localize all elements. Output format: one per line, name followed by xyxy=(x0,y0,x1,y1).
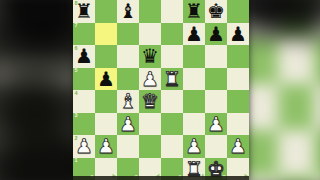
white-bishop-c4[interactable]: ♝ xyxy=(117,90,139,113)
square-f5[interactable] xyxy=(183,68,205,91)
square-a2[interactable]: 2♟ xyxy=(73,135,95,158)
square-d8[interactable] xyxy=(139,0,161,23)
square-h3[interactable] xyxy=(227,113,249,136)
square-f2[interactable]: ♟ xyxy=(183,135,205,158)
square-d4[interactable]: ♛ xyxy=(139,90,161,113)
square-d5[interactable]: ♟ xyxy=(139,68,161,91)
square-h5[interactable] xyxy=(227,68,249,91)
square-a4[interactable]: 4 xyxy=(73,90,95,113)
square-b2[interactable]: ♟ xyxy=(95,135,117,158)
white-pawn-f2[interactable]: ♟ xyxy=(183,135,205,158)
square-b6[interactable] xyxy=(95,45,117,68)
square-a8[interactable]: 8♜ xyxy=(73,0,95,23)
square-c6[interactable] xyxy=(117,45,139,68)
square-e7[interactable] xyxy=(161,23,183,46)
square-c4[interactable]: ♝ xyxy=(117,90,139,113)
white-pawn-g3[interactable]: ♟ xyxy=(205,113,227,136)
square-d6[interactable]: ♛ xyxy=(139,45,161,68)
square-b5[interactable]: ♟ xyxy=(95,68,117,91)
black-pawn-f7[interactable]: ♟ xyxy=(183,23,205,46)
white-pawn-d5[interactable]: ♟ xyxy=(139,68,161,91)
white-pawn-h2[interactable]: ♟ xyxy=(227,135,249,158)
square-a6[interactable]: 6♟ xyxy=(73,45,95,68)
square-a7[interactable]: 7 xyxy=(73,23,95,46)
square-b8[interactable] xyxy=(95,0,117,23)
square-e5[interactable]: ♜ xyxy=(161,68,183,91)
square-g5[interactable] xyxy=(205,68,227,91)
square-a3[interactable]: 3 xyxy=(73,113,95,136)
square-h4[interactable] xyxy=(227,90,249,113)
square-e3[interactable] xyxy=(161,113,183,136)
square-e4[interactable] xyxy=(161,90,183,113)
square-e8[interactable] xyxy=(161,0,183,23)
square-h7[interactable]: ♟ xyxy=(227,23,249,46)
square-f7[interactable]: ♟ xyxy=(183,23,205,46)
square-c5[interactable] xyxy=(117,68,139,91)
square-f4[interactable] xyxy=(183,90,205,113)
square-d3[interactable] xyxy=(139,113,161,136)
square-c2[interactable] xyxy=(117,135,139,158)
video-frame: 8♜♝♜♚7♟♟♟6♟♛5♟♟♜4♝♛3♟♟2♟♟♟♟1abcdef♜g♚h xyxy=(0,0,320,180)
black-king-g8[interactable]: ♚ xyxy=(205,0,227,23)
square-d2[interactable] xyxy=(139,135,161,158)
square-g7[interactable]: ♟ xyxy=(205,23,227,46)
square-c7[interactable] xyxy=(117,23,139,46)
square-c3[interactable]: ♟ xyxy=(117,113,139,136)
square-g2[interactable] xyxy=(205,135,227,158)
rank-label-6: 6 xyxy=(75,46,78,52)
black-pawn-g7[interactable]: ♟ xyxy=(205,23,227,46)
white-pawn-c3[interactable]: ♟ xyxy=(117,113,139,136)
rank-label-2: 2 xyxy=(75,136,78,142)
rank-label-5: 5 xyxy=(75,68,78,74)
square-e2[interactable] xyxy=(161,135,183,158)
rank-label-4: 4 xyxy=(75,91,78,97)
rank-label-1: 1 xyxy=(75,158,78,164)
black-pawn-b5[interactable]: ♟ xyxy=(95,68,117,91)
white-rook-e5[interactable]: ♜ xyxy=(161,68,183,91)
black-queen-d6[interactable]: ♛ xyxy=(139,45,161,68)
black-pawn-h7[interactable]: ♟ xyxy=(227,23,249,46)
square-d7[interactable] xyxy=(139,23,161,46)
square-g8[interactable]: ♚ xyxy=(205,0,227,23)
square-a5[interactable]: 5 xyxy=(73,68,95,91)
square-h8[interactable] xyxy=(227,0,249,23)
square-g3[interactable]: ♟ xyxy=(205,113,227,136)
square-e6[interactable] xyxy=(161,45,183,68)
rank-label-8: 8 xyxy=(75,1,78,7)
board-bottom-edge xyxy=(73,176,249,180)
square-h2[interactable]: ♟ xyxy=(227,135,249,158)
square-f6[interactable] xyxy=(183,45,205,68)
square-f3[interactable] xyxy=(183,113,205,136)
square-f8[interactable]: ♜ xyxy=(183,0,205,23)
square-h6[interactable] xyxy=(227,45,249,68)
white-pawn-b2[interactable]: ♟ xyxy=(95,135,117,158)
black-rook-f8[interactable]: ♜ xyxy=(183,0,205,23)
white-queen-d4[interactable]: ♛ xyxy=(139,90,161,113)
square-g6[interactable] xyxy=(205,45,227,68)
background-blur-right xyxy=(242,0,320,180)
chess-board: 8♜♝♜♚7♟♟♟6♟♛5♟♟♜4♝♛3♟♟2♟♟♟♟1abcdef♜g♚h xyxy=(73,0,249,180)
background-blur-left xyxy=(0,0,82,180)
rank-label-3: 3 xyxy=(75,113,78,119)
square-g4[interactable] xyxy=(205,90,227,113)
square-c8[interactable]: ♝ xyxy=(117,0,139,23)
square-b7[interactable] xyxy=(95,23,117,46)
square-b4[interactable] xyxy=(95,90,117,113)
black-bishop-c8[interactable]: ♝ xyxy=(117,0,139,23)
rank-label-7: 7 xyxy=(75,23,78,29)
square-b3[interactable] xyxy=(95,113,117,136)
